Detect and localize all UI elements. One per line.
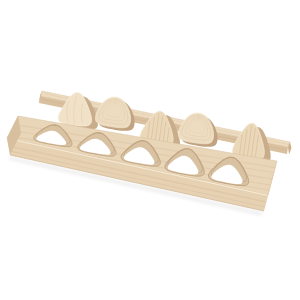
wood-toy-illustration (0, 0, 300, 300)
piece-2-dome (94, 95, 138, 133)
product-photo (0, 0, 300, 300)
piece-4-dome (177, 111, 221, 149)
